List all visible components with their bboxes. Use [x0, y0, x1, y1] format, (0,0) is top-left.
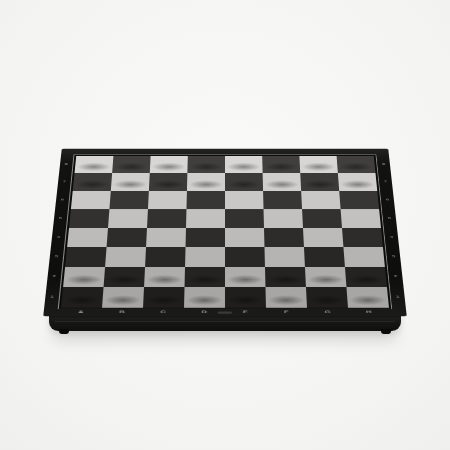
rank-label-7-left: 7	[57, 173, 72, 191]
file-label-f: F	[266, 308, 307, 315]
square-b5	[108, 209, 148, 228]
white-pawn-icon: ♟	[224, 141, 264, 186]
white-pawn-icon: ♟	[262, 141, 302, 186]
chess-board: ABCDEFGH 87654321 87654321 ♜♞♝♚♛♝♞♜♟♟♟♟♟…	[43, 149, 407, 317]
white-pawn-icon: ♟	[338, 141, 378, 186]
square-g6	[301, 191, 340, 209]
white-pawn-icon: ♟	[110, 141, 150, 186]
scene: ABCDEFGH 87654321 87654321 ♜♞♝♚♛♝♞♜♟♟♟♟♟…	[0, 0, 450, 450]
rank-label-7-right: 7	[378, 173, 393, 191]
photo-background: { "game": "chess", "scene": { "descripti…	[0, 0, 450, 450]
white-pawn-icon: ♟	[186, 141, 226, 186]
square-f6	[263, 191, 302, 209]
white-pawn-icon: ♟	[72, 141, 112, 186]
white-pawn-icon: ♟	[300, 141, 340, 186]
rank-label-6-left: 6	[55, 191, 70, 209]
rank-label-6-right: 6	[380, 191, 395, 209]
file-label-c: C	[143, 308, 184, 315]
white-pawn-icon: ♟	[148, 141, 188, 186]
square-b6	[109, 191, 148, 209]
rank-label-5-right: 5	[382, 209, 397, 228]
square-h5	[341, 209, 381, 228]
file-label-g: G	[307, 308, 349, 315]
rank-label-5-left: 5	[53, 209, 68, 228]
square-a5	[69, 209, 109, 228]
square-a6	[71, 191, 111, 209]
magnet-clasp	[218, 312, 233, 314]
file-label-a: A	[60, 308, 102, 315]
file-label-b: B	[101, 308, 143, 315]
file-label-h: H	[348, 308, 390, 315]
square-h6	[339, 191, 379, 209]
black-rook-icon: ♜	[342, 245, 393, 301]
square-g5	[302, 209, 342, 228]
